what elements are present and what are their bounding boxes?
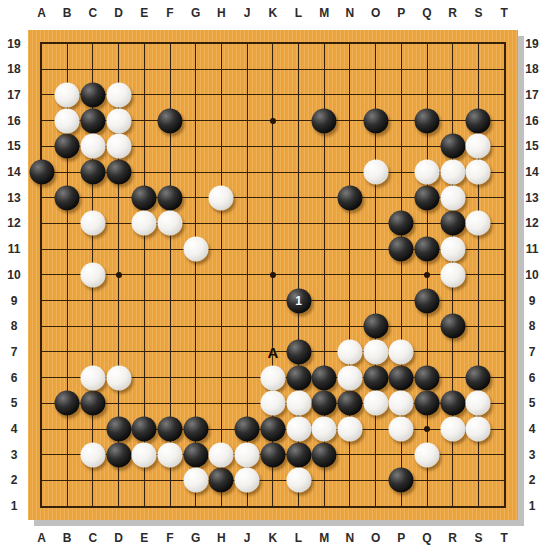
col-label-top-E: E	[140, 7, 148, 19]
stone-black-M6[interactable]	[312, 365, 337, 390]
stone-white-R13[interactable]	[440, 185, 465, 210]
stone-black-P12[interactable]	[389, 211, 414, 236]
stone-white-M4[interactable]	[312, 417, 337, 442]
col-label-top-F: F	[166, 7, 173, 19]
go-board[interactable]: 1 A	[28, 30, 518, 520]
col-label-bottom-H: H	[217, 532, 226, 544]
stone-black-O6[interactable]	[363, 365, 388, 390]
stone-white-B17[interactable]	[55, 82, 80, 107]
stone-black-N5[interactable]	[337, 391, 362, 416]
col-label-bottom-B: B	[63, 532, 72, 544]
row-label-right-19: 19	[525, 38, 538, 50]
stone-white-C3[interactable]	[80, 442, 105, 467]
row-label-right-5: 5	[529, 397, 536, 409]
col-label-bottom-L: L	[295, 532, 302, 544]
stone-white-R11[interactable]	[440, 237, 465, 262]
stone-white-B16[interactable]	[55, 108, 80, 133]
stone-black-G3[interactable]	[183, 442, 208, 467]
col-label-bottom-D: D	[114, 532, 123, 544]
row-label-right-10: 10	[525, 269, 538, 281]
stone-white-S5[interactable]	[466, 391, 491, 416]
col-label-top-N: N	[346, 7, 355, 19]
stone-black-A14[interactable]	[29, 160, 54, 185]
stone-black-F4[interactable]	[158, 417, 183, 442]
stone-white-Q3[interactable]	[415, 442, 440, 467]
stone-black-P2[interactable]	[389, 468, 414, 493]
stone-white-C12[interactable]	[80, 211, 105, 236]
row-label-right-2: 2	[529, 474, 536, 486]
stone-black-H2[interactable]	[209, 468, 234, 493]
stone-white-O7[interactable]	[363, 339, 388, 364]
col-label-top-G: G	[191, 7, 200, 19]
stone-white-D15[interactable]	[106, 134, 131, 159]
stone-white-R4[interactable]	[440, 417, 465, 442]
row-label-left-6: 6	[11, 372, 18, 384]
row-label-right-1: 1	[529, 500, 536, 512]
stone-black-R5[interactable]	[440, 391, 465, 416]
stone-white-E12[interactable]	[132, 211, 157, 236]
col-label-top-D: D	[114, 7, 123, 19]
row-label-right-8: 8	[529, 320, 536, 332]
row-label-right-15: 15	[525, 140, 538, 152]
stone-white-F3[interactable]	[158, 442, 183, 467]
col-label-top-A: A	[37, 7, 46, 19]
stone-black-C17[interactable]	[80, 82, 105, 107]
stone-white-O5[interactable]	[363, 391, 388, 416]
stone-black-O16[interactable]	[363, 108, 388, 133]
stone-black-M5[interactable]	[312, 391, 337, 416]
col-label-top-C: C	[89, 7, 98, 19]
stone-black-C16[interactable]	[80, 108, 105, 133]
col-label-top-T: T	[500, 7, 507, 19]
col-label-top-K: K	[268, 7, 277, 19]
col-label-bottom-E: E	[140, 532, 148, 544]
row-label-left-10: 10	[7, 269, 20, 281]
col-label-top-H: H	[217, 7, 226, 19]
row-label-right-12: 12	[525, 217, 538, 229]
row-label-left-16: 16	[7, 115, 20, 127]
stone-white-P5[interactable]	[389, 391, 414, 416]
col-label-top-B: B	[63, 7, 72, 19]
stone-black-S16[interactable]	[466, 108, 491, 133]
stone-black-F13[interactable]	[158, 185, 183, 210]
row-label-left-3: 3	[11, 449, 18, 461]
stone-white-J3[interactable]	[235, 442, 260, 467]
col-label-bottom-G: G	[191, 532, 200, 544]
go-diagram: ABCDEFGHJKLMNOPQRST ABCDEFGHJKLMNOPQRST …	[0, 0, 550, 550]
stone-black-S6[interactable]	[466, 365, 491, 390]
row-label-left-5: 5	[11, 397, 18, 409]
col-label-bottom-K: K	[268, 532, 277, 544]
stone-black-B15[interactable]	[55, 134, 80, 159]
star-point-D10	[116, 272, 122, 278]
stone-white-D16[interactable]	[106, 108, 131, 133]
row-label-left-14: 14	[7, 166, 20, 178]
row-label-left-17: 17	[7, 89, 20, 101]
stone-black-Q16[interactable]	[415, 108, 440, 133]
row-label-right-13: 13	[525, 192, 538, 204]
stone-white-G2[interactable]	[183, 468, 208, 493]
stone-black-R8[interactable]	[440, 314, 465, 339]
stone-black-O8[interactable]	[363, 314, 388, 339]
stone-black-P6[interactable]	[389, 365, 414, 390]
row-label-left-1: 1	[11, 500, 18, 512]
stone-white-L5[interactable]	[286, 391, 311, 416]
col-label-top-R: R	[448, 7, 457, 19]
row-label-right-9: 9	[529, 295, 536, 307]
col-label-top-S: S	[474, 7, 482, 19]
stone-white-N6[interactable]	[337, 365, 362, 390]
stone-black-E13[interactable]	[132, 185, 157, 210]
col-label-top-L: L	[295, 7, 302, 19]
stone-black-Q11[interactable]	[415, 237, 440, 262]
stone-black-D3[interactable]	[106, 442, 131, 467]
stone-black-M3[interactable]	[312, 442, 337, 467]
stone-black-D4[interactable]	[106, 417, 131, 442]
stone-black-N13[interactable]	[337, 185, 362, 210]
stone-white-F12[interactable]	[158, 211, 183, 236]
col-label-top-P: P	[397, 7, 405, 19]
stone-black-M16[interactable]	[312, 108, 337, 133]
col-label-top-J: J	[244, 7, 251, 19]
stone-white-R10[interactable]	[440, 262, 465, 287]
row-label-left-15: 15	[7, 140, 20, 152]
stone-black-L3[interactable]	[286, 442, 311, 467]
stone-white-L2[interactable]	[286, 468, 311, 493]
row-label-right-17: 17	[525, 89, 538, 101]
stone-black-Q6[interactable]	[415, 365, 440, 390]
row-label-left-9: 9	[11, 295, 18, 307]
col-label-bottom-R: R	[448, 532, 457, 544]
stone-white-D6[interactable]	[106, 365, 131, 390]
stone-black-G4[interactable]	[183, 417, 208, 442]
col-label-bottom-Q: Q	[422, 532, 431, 544]
stone-white-C15[interactable]	[80, 134, 105, 159]
stone-black-B13[interactable]	[55, 185, 80, 210]
stone-white-H13[interactable]	[209, 185, 234, 210]
stone-white-C6[interactable]	[80, 365, 105, 390]
stone-white-O14[interactable]	[363, 160, 388, 185]
stone-black-K3[interactable]	[260, 442, 285, 467]
stone-black-Q9[interactable]	[415, 288, 440, 313]
row-label-right-11: 11	[526, 243, 539, 255]
stone-black-L9[interactable]: 1	[286, 288, 311, 313]
star-point-K16	[270, 118, 276, 124]
row-label-left-4: 4	[11, 423, 18, 435]
stone-white-R14[interactable]	[440, 160, 465, 185]
row-label-right-18: 18	[525, 63, 538, 75]
row-label-left-2: 2	[11, 474, 18, 486]
stone-white-D17[interactable]	[106, 82, 131, 107]
star-point-Q4	[424, 426, 430, 432]
stone-white-S15[interactable]	[466, 134, 491, 159]
stone-black-P11[interactable]	[389, 237, 414, 262]
stone-black-C5[interactable]	[80, 391, 105, 416]
row-label-right-4: 4	[529, 423, 536, 435]
stone-white-N4[interactable]	[337, 417, 362, 442]
col-label-top-Q: Q	[422, 7, 431, 19]
stone-white-P7[interactable]	[389, 339, 414, 364]
row-label-left-7: 7	[11, 346, 18, 358]
stone-black-D14[interactable]	[106, 160, 131, 185]
col-label-top-M: M	[319, 7, 329, 19]
star-point-Q10	[424, 272, 430, 278]
col-label-bottom-N: N	[346, 532, 355, 544]
stone-white-G11[interactable]	[183, 237, 208, 262]
row-label-right-16: 16	[525, 115, 538, 127]
col-label-bottom-O: O	[371, 532, 380, 544]
stone-white-S4[interactable]	[466, 417, 491, 442]
row-label-left-13: 13	[7, 192, 20, 204]
stone-white-P4[interactable]	[389, 417, 414, 442]
stone-white-K5[interactable]	[260, 391, 285, 416]
stone-white-S14[interactable]	[466, 160, 491, 185]
col-label-bottom-J: J	[244, 532, 251, 544]
stone-white-N7[interactable]	[337, 339, 362, 364]
col-label-bottom-F: F	[166, 532, 173, 544]
stone-black-Q5[interactable]	[415, 391, 440, 416]
col-label-bottom-S: S	[474, 532, 482, 544]
col-label-bottom-C: C	[89, 532, 98, 544]
annotation-A-K7: A	[267, 344, 278, 359]
star-point-K10	[270, 272, 276, 278]
row-label-right-14: 14	[525, 166, 538, 178]
stone-black-F16[interactable]	[158, 108, 183, 133]
col-label-bottom-A: A	[37, 532, 46, 544]
stone-white-L4[interactable]	[286, 417, 311, 442]
stone-white-J2[interactable]	[235, 468, 260, 493]
move-number-label-L9: 1	[295, 295, 302, 307]
row-label-left-8: 8	[11, 320, 18, 332]
row-label-left-12: 12	[7, 217, 20, 229]
stone-white-S12[interactable]	[466, 211, 491, 236]
stone-black-L7[interactable]	[286, 339, 311, 364]
stone-white-H3[interactable]	[209, 442, 234, 467]
stone-black-K4[interactable]	[260, 417, 285, 442]
col-label-bottom-M: M	[319, 532, 329, 544]
row-label-right-7: 7	[529, 346, 536, 358]
stone-white-E3[interactable]	[132, 442, 157, 467]
col-label-bottom-T: T	[500, 532, 507, 544]
col-label-top-O: O	[371, 7, 380, 19]
col-label-bottom-P: P	[397, 532, 405, 544]
stone-white-Q14[interactable]	[415, 160, 440, 185]
stone-white-K6[interactable]	[260, 365, 285, 390]
stone-black-C14[interactable]	[80, 160, 105, 185]
row-label-right-3: 3	[529, 449, 536, 461]
row-label-left-18: 18	[7, 63, 20, 75]
stone-black-Q13[interactable]	[415, 185, 440, 210]
row-label-right-6: 6	[529, 372, 536, 384]
stone-black-L6[interactable]	[286, 365, 311, 390]
row-label-left-11: 11	[8, 243, 21, 255]
stone-black-E4[interactable]	[132, 417, 157, 442]
stone-black-J4[interactable]	[235, 417, 260, 442]
stone-white-C10[interactable]	[80, 262, 105, 287]
stone-black-R15[interactable]	[440, 134, 465, 159]
row-label-left-19: 19	[7, 38, 20, 50]
stone-black-R12[interactable]	[440, 211, 465, 236]
stone-black-B5[interactable]	[55, 391, 80, 416]
